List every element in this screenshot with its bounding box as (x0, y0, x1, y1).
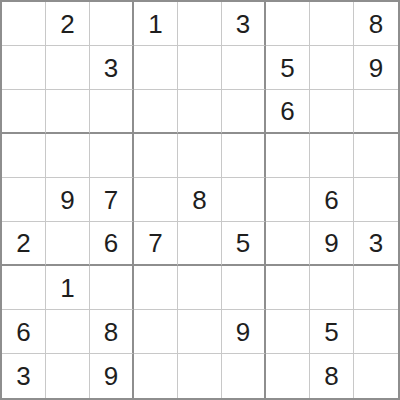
cell-r4c2-empty[interactable] (46, 134, 90, 178)
cell-r7c4-empty[interactable] (134, 266, 178, 310)
cell-r8c8-given: 5 (310, 310, 354, 354)
cell-r3c3-empty[interactable] (90, 90, 134, 134)
cell-r1c2-given: 2 (46, 2, 90, 46)
cell-r1c1-empty[interactable] (2, 2, 46, 46)
cell-r2c8-empty[interactable] (310, 46, 354, 90)
cell-r5c8-given: 6 (310, 178, 354, 222)
cell-r4c5-empty[interactable] (178, 134, 222, 178)
cell-r1c6-given: 3 (222, 2, 266, 46)
cell-r8c4-empty[interactable] (134, 310, 178, 354)
cell-r4c3-empty[interactable] (90, 134, 134, 178)
cell-r1c5-empty[interactable] (178, 2, 222, 46)
cell-r3c6-empty[interactable] (222, 90, 266, 134)
cell-r9c7-empty[interactable] (266, 354, 310, 398)
cell-r8c7-empty[interactable] (266, 310, 310, 354)
cell-r3c8-empty[interactable] (310, 90, 354, 134)
cell-r6c5-empty[interactable] (178, 222, 222, 266)
cell-r8c1-given: 6 (2, 310, 46, 354)
cell-r3c2-empty[interactable] (46, 90, 90, 134)
cell-r9c2-empty[interactable] (46, 354, 90, 398)
cell-r1c4-given: 1 (134, 2, 178, 46)
cell-r1c3-empty[interactable] (90, 2, 134, 46)
cell-r3c9-empty[interactable] (354, 90, 398, 134)
cell-r3c4-empty[interactable] (134, 90, 178, 134)
cell-r4c1-empty[interactable] (2, 134, 46, 178)
cell-r1c8-empty[interactable] (310, 2, 354, 46)
cell-r2c3-given: 3 (90, 46, 134, 90)
cell-r3c1-empty[interactable] (2, 90, 46, 134)
cell-r9c5-empty[interactable] (178, 354, 222, 398)
cell-r4c6-empty[interactable] (222, 134, 266, 178)
cell-r6c2-empty[interactable] (46, 222, 90, 266)
cell-r3c5-empty[interactable] (178, 90, 222, 134)
cell-r7c5-empty[interactable] (178, 266, 222, 310)
cell-r9c8-given: 8 (310, 354, 354, 398)
cell-r8c5-empty[interactable] (178, 310, 222, 354)
cell-r6c4-given: 7 (134, 222, 178, 266)
cell-r6c1-given: 2 (2, 222, 46, 266)
cell-r4c4-empty[interactable] (134, 134, 178, 178)
cell-r7c8-empty[interactable] (310, 266, 354, 310)
cell-r2c1-empty[interactable] (2, 46, 46, 90)
cell-r5c2-given: 9 (46, 178, 90, 222)
cell-r9c9-empty[interactable] (354, 354, 398, 398)
cell-r8c9-empty[interactable] (354, 310, 398, 354)
cell-r7c3-empty[interactable] (90, 266, 134, 310)
cell-r6c9-given: 3 (354, 222, 398, 266)
cell-r8c3-given: 8 (90, 310, 134, 354)
cell-r6c7-empty[interactable] (266, 222, 310, 266)
cell-r2c6-empty[interactable] (222, 46, 266, 90)
cell-r1c9-given: 8 (354, 2, 398, 46)
cell-r5c6-empty[interactable] (222, 178, 266, 222)
cell-r4c9-empty[interactable] (354, 134, 398, 178)
cell-r1c7-empty[interactable] (266, 2, 310, 46)
cell-r6c6-given: 5 (222, 222, 266, 266)
cell-r7c6-empty[interactable] (222, 266, 266, 310)
cell-r2c5-empty[interactable] (178, 46, 222, 90)
sudoku-board: 21383596978626759316895398 (0, 0, 400, 400)
cell-r6c3-given: 6 (90, 222, 134, 266)
cell-r3c7-given: 6 (266, 90, 310, 134)
cell-r7c1-empty[interactable] (2, 266, 46, 310)
cell-r7c2-given: 1 (46, 266, 90, 310)
cell-r7c9-empty[interactable] (354, 266, 398, 310)
cell-r6c8-given: 9 (310, 222, 354, 266)
cell-r2c4-empty[interactable] (134, 46, 178, 90)
cell-r2c7-given: 5 (266, 46, 310, 90)
cell-r7c7-empty[interactable] (266, 266, 310, 310)
cell-r5c4-empty[interactable] (134, 178, 178, 222)
cell-r8c6-given: 9 (222, 310, 266, 354)
cell-r5c5-given: 8 (178, 178, 222, 222)
cell-r5c3-given: 7 (90, 178, 134, 222)
cell-r9c3-given: 9 (90, 354, 134, 398)
cell-r5c1-empty[interactable] (2, 178, 46, 222)
cell-r4c8-empty[interactable] (310, 134, 354, 178)
cell-r9c6-empty[interactable] (222, 354, 266, 398)
cell-r5c9-empty[interactable] (354, 178, 398, 222)
cell-r5c7-empty[interactable] (266, 178, 310, 222)
cell-r8c2-empty[interactable] (46, 310, 90, 354)
cell-r4c7-empty[interactable] (266, 134, 310, 178)
cell-r9c4-empty[interactable] (134, 354, 178, 398)
cell-r9c1-given: 3 (2, 354, 46, 398)
cell-r2c2-empty[interactable] (46, 46, 90, 90)
cell-r2c9-given: 9 (354, 46, 398, 90)
